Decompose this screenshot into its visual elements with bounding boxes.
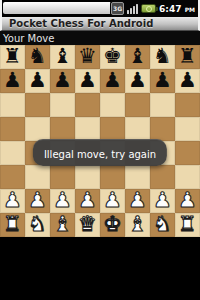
black-pawn: ♟ — [103, 68, 122, 92]
move-status-bar: Your Move — [0, 31, 200, 45]
square-c8[interactable]: ♝ — [50, 45, 75, 69]
square-h1[interactable]: ♜ — [175, 213, 200, 237]
square-b5[interactable] — [25, 117, 50, 141]
app-title-bar: Pocket Chess For Android — [0, 17, 200, 31]
white-knight: ♞ — [28, 212, 47, 236]
clock-meridiem: PM — [185, 6, 195, 13]
black-pawn: ♟ — [28, 68, 47, 92]
square-g1[interactable]: ♞ — [150, 213, 175, 237]
square-g2[interactable]: ♟ — [150, 189, 175, 213]
square-b8[interactable]: ♞ — [25, 45, 50, 69]
square-h2[interactable]: ♟ — [175, 189, 200, 213]
square-d2[interactable]: ♟ — [75, 189, 100, 213]
black-rook: ♜ — [178, 44, 197, 68]
battery-icon — [141, 4, 156, 13]
square-h6[interactable] — [175, 93, 200, 117]
square-b3[interactable] — [25, 165, 50, 189]
toast-message: Illegal move, try again — [44, 149, 156, 160]
square-a8[interactable]: ♜ — [0, 45, 25, 69]
square-c1[interactable]: ♝ — [50, 213, 75, 237]
square-d1[interactable]: ♛ — [75, 213, 100, 237]
square-a3[interactable] — [0, 165, 25, 189]
white-pawn: ♟ — [28, 188, 47, 212]
white-rook: ♜ — [178, 212, 197, 236]
square-d6[interactable] — [75, 93, 100, 117]
square-f5[interactable] — [125, 117, 150, 141]
black-king: ♚ — [103, 44, 122, 68]
black-bishop: ♝ — [53, 44, 72, 68]
square-e6[interactable] — [100, 93, 125, 117]
square-f8[interactable]: ♝ — [125, 45, 150, 69]
black-pawn: ♟ — [53, 68, 72, 92]
square-b6[interactable] — [25, 93, 50, 117]
white-pawn: ♟ — [53, 188, 72, 212]
clock-time: 6:47 — [159, 4, 181, 14]
white-pawn: ♟ — [78, 188, 97, 212]
white-king: ♚ — [103, 212, 122, 236]
white-pawn: ♟ — [153, 188, 172, 212]
square-e3[interactable] — [100, 165, 125, 189]
square-b2[interactable]: ♟ — [25, 189, 50, 213]
square-d7[interactable]: ♟ — [75, 69, 100, 93]
square-h7[interactable]: ♟ — [175, 69, 200, 93]
signal-strength-icon — [127, 3, 138, 14]
toast-notification: Illegal move, try again — [33, 139, 167, 166]
square-d5[interactable] — [75, 117, 100, 141]
square-a5[interactable] — [0, 117, 25, 141]
square-a1[interactable]: ♜ — [0, 213, 25, 237]
white-pawn: ♟ — [103, 188, 122, 212]
square-e1[interactable]: ♚ — [100, 213, 125, 237]
square-h5[interactable] — [175, 117, 200, 141]
black-bishop: ♝ — [128, 44, 147, 68]
3g-data-icon: 3G — [111, 2, 124, 15]
square-g3[interactable] — [150, 165, 175, 189]
white-pawn: ♟ — [3, 188, 22, 212]
white-bishop: ♝ — [53, 212, 72, 236]
square-e2[interactable]: ♟ — [100, 189, 125, 213]
black-knight: ♞ — [28, 44, 47, 68]
square-c5[interactable] — [50, 117, 75, 141]
square-d8[interactable]: ♛ — [75, 45, 100, 69]
white-rook: ♜ — [3, 212, 22, 236]
white-bishop: ♝ — [128, 212, 147, 236]
black-pawn: ♟ — [178, 68, 197, 92]
square-c7[interactable]: ♟ — [50, 69, 75, 93]
square-e7[interactable]: ♟ — [100, 69, 125, 93]
square-h8[interactable]: ♜ — [175, 45, 200, 69]
square-f2[interactable]: ♟ — [125, 189, 150, 213]
move-status-label: Your Move — [0, 33, 54, 44]
square-b1[interactable]: ♞ — [25, 213, 50, 237]
black-queen: ♛ — [78, 44, 97, 68]
black-pawn: ♟ — [128, 68, 147, 92]
square-a4[interactable] — [0, 141, 25, 165]
square-b7[interactable]: ♟ — [25, 69, 50, 93]
square-f7[interactable]: ♟ — [125, 69, 150, 93]
square-c3[interactable] — [50, 165, 75, 189]
square-a6[interactable] — [0, 93, 25, 117]
square-c2[interactable]: ♟ — [50, 189, 75, 213]
square-g6[interactable] — [150, 93, 175, 117]
square-d3[interactable] — [75, 165, 100, 189]
white-knight: ♞ — [153, 212, 172, 236]
square-e5[interactable] — [100, 117, 125, 141]
square-g7[interactable]: ♟ — [150, 69, 175, 93]
status-bar-clock: 6:47 PM — [159, 4, 195, 14]
status-bar: 3G 6:47 PM — [0, 0, 200, 17]
square-f6[interactable] — [125, 93, 150, 117]
square-g8[interactable]: ♞ — [150, 45, 175, 69]
black-knight: ♞ — [153, 44, 172, 68]
square-e8[interactable]: ♚ — [100, 45, 125, 69]
square-h3[interactable] — [175, 165, 200, 189]
black-pawn: ♟ — [3, 68, 22, 92]
square-g5[interactable] — [150, 117, 175, 141]
white-pawn: ♟ — [178, 188, 197, 212]
status-bar-indicators: 3G 6:47 PM — [110, 0, 198, 17]
black-pawn: ♟ — [153, 68, 172, 92]
phone-screen: 3G 6:47 PM Pocket Chess For Android Your… — [0, 0, 200, 300]
black-pawn: ♟ — [78, 68, 97, 92]
black-rook: ♜ — [3, 44, 22, 68]
white-pawn: ♟ — [128, 188, 147, 212]
square-f3[interactable] — [125, 165, 150, 189]
app-title: Pocket Chess For Android — [2, 18, 153, 29]
square-a7[interactable]: ♟ — [0, 69, 25, 93]
square-f1[interactable]: ♝ — [125, 213, 150, 237]
white-queen: ♛ — [78, 212, 97, 236]
square-h4[interactable] — [175, 141, 200, 165]
square-c6[interactable] — [50, 93, 75, 117]
square-a2[interactable]: ♟ — [0, 189, 25, 213]
